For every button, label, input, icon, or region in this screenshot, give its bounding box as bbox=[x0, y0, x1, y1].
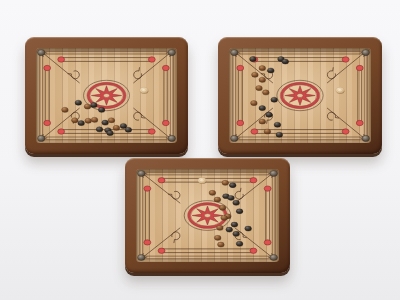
pocket-top-right bbox=[362, 50, 370, 56]
pocket-top-right bbox=[168, 50, 175, 56]
curl-top-right bbox=[132, 67, 145, 80]
curl-top-left bbox=[68, 68, 81, 81]
coin-tan[interactable] bbox=[222, 180, 229, 185]
scene bbox=[0, 0, 400, 300]
coin-tan[interactable] bbox=[217, 242, 224, 247]
carrom-board-3 bbox=[125, 158, 290, 273]
coin-tan[interactable] bbox=[259, 77, 266, 82]
pocket-bottom-right bbox=[270, 254, 278, 260]
coin-tan[interactable] bbox=[216, 225, 223, 230]
coin-black[interactable] bbox=[107, 131, 114, 136]
striker[interactable] bbox=[198, 178, 206, 184]
pocket-top-left bbox=[38, 50, 45, 56]
coin-black[interactable] bbox=[96, 127, 103, 132]
coin-tan[interactable] bbox=[108, 118, 115, 123]
board-surface bbox=[36, 48, 177, 143]
coin-black[interactable] bbox=[233, 231, 240, 236]
coin-black[interactable] bbox=[228, 195, 235, 200]
coin-tan[interactable] bbox=[219, 205, 226, 210]
curl-bottom-right bbox=[326, 110, 339, 123]
board-art bbox=[136, 169, 279, 262]
coin-black[interactable] bbox=[282, 59, 289, 64]
coin-tan[interactable] bbox=[256, 85, 263, 90]
pocket-top-left bbox=[138, 170, 146, 176]
coin-black[interactable] bbox=[98, 107, 105, 112]
curl-bottom-right bbox=[132, 110, 145, 123]
coin-black[interactable] bbox=[90, 103, 97, 108]
pocket-bottom-left bbox=[231, 135, 239, 141]
coin-tan[interactable] bbox=[113, 125, 120, 130]
curl-bottom-left bbox=[168, 230, 182, 243]
coin-tan[interactable] bbox=[71, 118, 78, 123]
pocket-bottom-right bbox=[362, 135, 370, 141]
coin-black[interactable] bbox=[250, 57, 257, 62]
coin-black[interactable] bbox=[233, 200, 240, 205]
board-surface bbox=[229, 48, 371, 143]
coin-tan[interactable] bbox=[91, 117, 98, 122]
pocket-bottom-right bbox=[168, 135, 175, 141]
coin-tan[interactable] bbox=[209, 190, 216, 195]
coin-tan[interactable] bbox=[262, 90, 269, 95]
pocket-bottom-left bbox=[38, 135, 45, 141]
coin-tan[interactable] bbox=[85, 118, 92, 123]
coin-tan[interactable] bbox=[264, 129, 271, 134]
striker[interactable] bbox=[140, 87, 148, 93]
coin-black[interactable] bbox=[259, 106, 266, 111]
coin-black[interactable] bbox=[266, 112, 273, 117]
coin-black[interactable] bbox=[120, 123, 127, 128]
curl-top-left bbox=[168, 188, 182, 201]
coin-black[interactable] bbox=[226, 227, 233, 232]
coin-tan[interactable] bbox=[221, 215, 228, 220]
board-art bbox=[229, 48, 371, 143]
carrom-board-1 bbox=[25, 37, 188, 154]
coin-black[interactable] bbox=[271, 97, 278, 102]
coin-tan[interactable] bbox=[214, 235, 221, 240]
coin-tan[interactable] bbox=[84, 104, 91, 109]
coin-black[interactable] bbox=[125, 127, 132, 132]
coin-black[interactable] bbox=[78, 121, 85, 126]
coin-black[interactable] bbox=[231, 222, 238, 227]
coin-black[interactable] bbox=[236, 241, 243, 246]
pocket-top-right bbox=[270, 170, 278, 176]
pocket-top-left bbox=[231, 50, 239, 56]
board-surface bbox=[136, 169, 279, 262]
coin-black[interactable] bbox=[229, 183, 236, 188]
coin-black[interactable] bbox=[75, 100, 82, 105]
coin-tan[interactable] bbox=[214, 197, 221, 202]
coin-black[interactable] bbox=[276, 132, 283, 137]
coin-tan[interactable] bbox=[62, 107, 69, 112]
carrom-board-2 bbox=[218, 37, 382, 154]
coin-black[interactable] bbox=[245, 226, 252, 231]
coin-tan[interactable] bbox=[251, 72, 258, 77]
coin-tan[interactable] bbox=[251, 101, 258, 106]
centre-star-motif bbox=[277, 80, 323, 110]
board-art bbox=[36, 48, 177, 143]
coin-tan[interactable] bbox=[259, 119, 266, 124]
coin-tan[interactable] bbox=[259, 66, 266, 71]
curl-top-right bbox=[325, 67, 339, 80]
coin-black[interactable] bbox=[102, 120, 109, 125]
coin-black[interactable] bbox=[267, 68, 274, 73]
curl-top-right bbox=[233, 188, 247, 201]
striker[interactable] bbox=[336, 87, 344, 93]
pocket-bottom-left bbox=[138, 254, 146, 260]
coin-black[interactable] bbox=[236, 209, 243, 214]
coin-black[interactable] bbox=[274, 122, 281, 127]
